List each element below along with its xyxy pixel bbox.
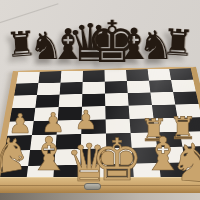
- white-king-e1[interactable]: ♚: [91, 131, 143, 189]
- white-knight-h1[interactable]: ♞: [168, 136, 200, 191]
- pieces-layer: ♜♞♝♛♚♝♞♜♞♟♟♝♟♛♚♜♝♜♞: [0, 0, 200, 200]
- chess-board-photo: ♜♞♝♛♚♝♞♜♞♟♟♝♟♛♚♜♝♜♞: [0, 0, 200, 200]
- black-rook-h8[interactable]: ♜: [161, 25, 195, 63]
- white-bishop-c1[interactable]: ♝: [28, 131, 69, 177]
